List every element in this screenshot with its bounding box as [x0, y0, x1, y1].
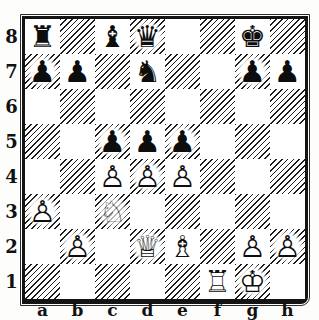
- black-pawn-c5[interactable]: ♟: [96, 125, 129, 158]
- square-a2[interactable]: [25, 229, 60, 264]
- square-b5[interactable]: [60, 124, 95, 159]
- file-label-d: d: [130, 301, 165, 320]
- square-e3[interactable]: [165, 194, 200, 229]
- square-g5[interactable]: [235, 124, 270, 159]
- black-pawn-h7[interactable]: ♟: [271, 55, 304, 88]
- file-label-b: b: [60, 301, 95, 320]
- white-pawn-h2[interactable]: ♙: [271, 230, 304, 263]
- black-pawn-b7[interactable]: ♟: [61, 55, 94, 88]
- rank-label-1: 1: [2, 264, 21, 299]
- square-c7[interactable]: [95, 54, 130, 89]
- square-h5[interactable]: [270, 124, 305, 159]
- rank-labels: 87654321: [2, 19, 21, 299]
- square-a3[interactable]: ♙: [25, 194, 60, 229]
- square-a8[interactable]: ♜: [25, 19, 60, 54]
- rank-label-8: 8: [2, 19, 21, 54]
- rank-label-2: 2: [2, 229, 21, 264]
- square-c5[interactable]: ♟: [95, 124, 130, 159]
- file-labels: abcdefgh: [25, 301, 305, 320]
- black-knight-d7[interactable]: ♞: [131, 55, 164, 88]
- black-queen-d8[interactable]: ♛: [131, 20, 164, 53]
- square-d2[interactable]: ♕: [130, 229, 165, 264]
- board-frame: ♜♝♛♚♟♟♞♟♟♟♟♟♙♙♙♙♘♙♕♗♙♙♖♔: [22, 16, 308, 304]
- square-e7[interactable]: [165, 54, 200, 89]
- file-label-e: e: [165, 301, 200, 320]
- white-knight-c3[interactable]: ♘: [95, 194, 130, 229]
- square-c6[interactable]: [95, 89, 130, 124]
- square-h4[interactable]: [270, 159, 305, 194]
- square-d1[interactable]: [130, 264, 165, 299]
- square-g1[interactable]: ♔: [235, 264, 270, 299]
- square-h6[interactable]: [270, 89, 305, 124]
- square-b3[interactable]: [60, 194, 95, 229]
- square-e1[interactable]: [165, 264, 200, 299]
- rank-label-6: 6: [2, 89, 21, 124]
- white-pawn-b2[interactable]: ♙: [61, 230, 94, 263]
- white-pawn-e4[interactable]: ♙: [166, 160, 199, 193]
- square-b6[interactable]: [60, 89, 95, 124]
- square-b2[interactable]: ♙: [60, 229, 95, 264]
- black-king-g8[interactable]: ♚: [236, 20, 269, 53]
- square-f2[interactable]: [200, 229, 235, 264]
- file-label-g: g: [235, 301, 270, 320]
- square-f5[interactable]: [200, 124, 235, 159]
- black-pawn-a7[interactable]: ♟: [26, 55, 59, 88]
- white-pawn-d4[interactable]: ♙: [131, 160, 164, 193]
- white-queen-d2[interactable]: ♕: [131, 230, 164, 263]
- square-g4[interactable]: [235, 159, 270, 194]
- square-c2[interactable]: [95, 229, 130, 264]
- square-g7[interactable]: ♟: [235, 54, 270, 89]
- square-f6[interactable]: [200, 89, 235, 124]
- square-h2[interactable]: ♙: [270, 229, 305, 264]
- square-a4[interactable]: [25, 159, 60, 194]
- rank-label-3: 3: [2, 194, 21, 229]
- square-d8[interactable]: ♛: [130, 19, 165, 54]
- square-d7[interactable]: ♞: [130, 54, 165, 89]
- square-e6[interactable]: [165, 89, 200, 124]
- square-d6[interactable]: [130, 89, 165, 124]
- square-c1[interactable]: [95, 264, 130, 299]
- square-h8[interactable]: [270, 19, 305, 54]
- square-g8[interactable]: ♚: [235, 19, 270, 54]
- chess-board: ♜♝♛♚♟♟♞♟♟♟♟♟♙♙♙♙♘♙♕♗♙♙♖♔: [25, 19, 305, 299]
- square-a5[interactable]: [25, 124, 60, 159]
- file-label-h: h: [270, 301, 305, 320]
- file-label-f: f: [200, 301, 235, 320]
- white-rook-f1[interactable]: ♖: [201, 265, 234, 298]
- square-h7[interactable]: ♟: [270, 54, 305, 89]
- black-bishop-c8[interactable]: ♝: [96, 20, 129, 53]
- black-pawn-g7[interactable]: ♟: [236, 55, 269, 88]
- square-d4[interactable]: ♙: [130, 159, 165, 194]
- square-g2[interactable]: ♙: [235, 229, 270, 264]
- square-e4[interactable]: ♙: [165, 159, 200, 194]
- white-pawn-g2[interactable]: ♙: [236, 230, 269, 263]
- white-pawn-c4[interactable]: ♙: [96, 160, 129, 193]
- square-d5[interactable]: ♟: [130, 124, 165, 159]
- square-h3[interactable]: [270, 194, 305, 229]
- rank-label-5: 5: [2, 124, 21, 159]
- square-e2[interactable]: ♗: [165, 229, 200, 264]
- square-h1[interactable]: [270, 264, 305, 299]
- square-c3[interactable]: ♘: [95, 194, 130, 229]
- square-f1[interactable]: ♖: [200, 264, 235, 299]
- square-f3[interactable]: [200, 194, 235, 229]
- white-bishop-e2[interactable]: ♗: [166, 230, 199, 263]
- black-rook-a8[interactable]: ♜: [26, 20, 59, 53]
- square-g3[interactable]: [235, 194, 270, 229]
- square-a7[interactable]: ♟: [25, 54, 60, 89]
- square-b8[interactable]: [60, 19, 95, 54]
- square-c4[interactable]: ♙: [95, 159, 130, 194]
- rank-label-4: 4: [2, 159, 21, 194]
- square-a1[interactable]: [25, 264, 60, 299]
- white-pawn-a3[interactable]: ♙: [26, 195, 59, 228]
- black-pawn-e5[interactable]: ♟: [166, 125, 199, 158]
- square-f7[interactable]: [200, 54, 235, 89]
- chess-diagram-scan: 87654321 ♜♝♛♚♟♟♞♟♟♟♟♟♙♙♙♙♘♙♕♗♙♙♖♔ abcdef…: [0, 0, 319, 320]
- square-e5[interactable]: ♟: [165, 124, 200, 159]
- black-pawn-d5[interactable]: ♟: [131, 125, 164, 158]
- square-d3[interactable]: [130, 194, 165, 229]
- square-c8[interactable]: ♝: [95, 19, 130, 54]
- square-f8[interactable]: [200, 19, 235, 54]
- white-king-g1[interactable]: ♔: [236, 265, 269, 298]
- square-f4[interactable]: [200, 159, 235, 194]
- rank-label-7: 7: [2, 54, 21, 89]
- square-b1[interactable]: [60, 264, 95, 299]
- file-label-c: c: [95, 301, 130, 320]
- square-a6[interactable]: [25, 89, 60, 124]
- square-e8[interactable]: [165, 19, 200, 54]
- square-b7[interactable]: ♟: [60, 54, 95, 89]
- square-b4[interactable]: [60, 159, 95, 194]
- file-label-a: a: [25, 301, 60, 320]
- square-g6[interactable]: [235, 89, 270, 124]
